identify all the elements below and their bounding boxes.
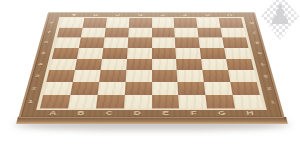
square-f7 <box>175 28 199 38</box>
square-g3 <box>203 70 231 82</box>
square-e1 <box>152 95 180 109</box>
square-e4 <box>152 59 178 70</box>
square-h8 <box>219 18 244 27</box>
coord-label: C <box>105 111 113 116</box>
square-f5 <box>176 48 202 59</box>
square-c4 <box>100 59 126 70</box>
square-c6 <box>103 37 128 47</box>
coord-label: 6 <box>254 41 259 44</box>
coord-label: 5 <box>257 51 262 54</box>
square-f1 <box>179 95 208 109</box>
square-d5 <box>127 48 152 59</box>
square-c1 <box>96 95 125 109</box>
square-a8 <box>59 18 84 27</box>
square-a6 <box>55 37 81 47</box>
square-a1 <box>40 95 70 109</box>
square-f2 <box>178 82 206 95</box>
square-a2 <box>43 82 72 95</box>
shop-watermark-logo: ♟ <box>261 0 299 40</box>
coord-label: C <box>115 13 120 16</box>
board-field <box>40 18 263 108</box>
coord-label: 5 <box>41 51 46 54</box>
square-b7 <box>81 28 106 38</box>
square-b8 <box>82 18 106 27</box>
square-g1 <box>206 95 236 109</box>
coord-label: 1 <box>27 99 33 103</box>
square-h6 <box>222 37 248 47</box>
square-c2 <box>97 82 125 95</box>
square-b6 <box>79 37 104 47</box>
coord-label: A <box>49 111 57 116</box>
chessboard-product-photo: ABCDEFGH 87654321 87654321 ABCDEFGH ♟ <box>0 0 300 145</box>
coord-label: B <box>93 13 99 16</box>
square-e6 <box>152 37 176 47</box>
square-b3 <box>73 70 101 82</box>
coord-label: 8 <box>249 21 254 24</box>
coord-label: D <box>134 111 142 116</box>
square-h3 <box>228 70 256 82</box>
square-g4 <box>201 59 228 70</box>
square-h5 <box>224 48 251 59</box>
square-b2 <box>70 82 99 95</box>
square-e3 <box>152 70 178 82</box>
coord-label: H <box>246 111 254 116</box>
square-g5 <box>200 48 226 59</box>
square-d4 <box>126 59 152 70</box>
chess-pawn-icon: ♟ <box>261 0 299 31</box>
coord-label: E <box>162 111 169 116</box>
square-e2 <box>152 82 179 95</box>
square-e5 <box>152 48 177 59</box>
square-g8 <box>196 18 220 27</box>
square-b4 <box>75 59 102 70</box>
coord-label: 2 <box>31 86 37 90</box>
coord-label: G <box>218 111 227 116</box>
coord-label: 3 <box>263 74 269 78</box>
square-a3 <box>46 70 74 82</box>
square-g6 <box>199 37 224 47</box>
square-d8 <box>128 18 151 27</box>
square-e8 <box>152 18 175 27</box>
chessboard: ABCDEFGH 87654321 87654321 ABCDEFGH <box>18 12 285 118</box>
square-d7 <box>128 28 152 38</box>
coord-label: A <box>71 13 77 16</box>
square-h2 <box>230 82 259 95</box>
coord-label: E <box>160 13 165 16</box>
coord-label: 7 <box>252 31 257 34</box>
square-f8 <box>174 18 198 27</box>
square-d2 <box>124 82 151 95</box>
square-c8 <box>105 18 129 27</box>
square-h4 <box>226 59 254 70</box>
coord-label: B <box>77 111 85 116</box>
square-f3 <box>177 70 204 82</box>
coord-label: F <box>183 13 188 16</box>
coord-label: 2 <box>266 86 272 90</box>
square-e7 <box>152 28 176 38</box>
square-d3 <box>125 70 151 82</box>
square-d1 <box>124 95 152 109</box>
square-f6 <box>175 37 200 47</box>
square-c3 <box>99 70 126 82</box>
square-g7 <box>198 28 223 38</box>
coord-label: 4 <box>260 62 265 66</box>
square-d6 <box>127 37 151 47</box>
coord-label: 3 <box>35 74 41 78</box>
square-a5 <box>52 48 79 59</box>
coord-label: 7 <box>46 31 51 34</box>
coord-label: G <box>204 13 210 16</box>
coord-label: 6 <box>44 41 49 44</box>
coord-label: F <box>190 111 197 116</box>
coord-label: H <box>226 13 232 16</box>
coord-label: 8 <box>49 21 54 24</box>
square-h1 <box>233 95 263 109</box>
square-a7 <box>57 28 82 38</box>
square-f4 <box>176 59 202 70</box>
square-b5 <box>77 48 103 59</box>
coord-label: D <box>138 13 143 16</box>
square-a4 <box>49 59 77 70</box>
coord-label: 4 <box>38 62 43 66</box>
square-g2 <box>204 82 233 95</box>
square-b1 <box>68 95 98 109</box>
board-inner-line <box>36 17 267 110</box>
square-c5 <box>102 48 128 59</box>
square-h7 <box>221 28 246 38</box>
coord-label: 1 <box>269 99 275 103</box>
square-c7 <box>104 28 128 38</box>
